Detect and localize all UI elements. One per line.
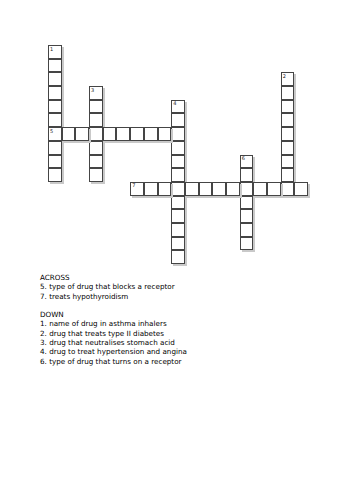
grid-cell[interactable] bbox=[89, 141, 103, 155]
grid-cell[interactable] bbox=[171, 196, 185, 210]
grid-cell[interactable]: 5 bbox=[48, 127, 62, 141]
clue-list: ACROSS 5. type of drug that blocks a rec… bbox=[40, 273, 187, 366]
clue-number: 3 bbox=[91, 87, 94, 93]
grid-cell[interactable] bbox=[48, 141, 62, 155]
grid-cell[interactable] bbox=[281, 141, 295, 155]
clue-6-down: 6. type of drug that turns on a receptor bbox=[40, 357, 187, 366]
grid-cell[interactable] bbox=[281, 113, 295, 127]
clue-number: 4 bbox=[173, 100, 176, 106]
grid-cell[interactable] bbox=[185, 182, 199, 196]
grid-cell[interactable] bbox=[48, 86, 62, 100]
grid-cell[interactable] bbox=[281, 86, 295, 100]
crossword-board: 1523467 bbox=[48, 45, 308, 264]
grid-cell[interactable] bbox=[144, 182, 158, 196]
grid-cell[interactable] bbox=[171, 237, 185, 251]
grid-cell[interactable] bbox=[240, 209, 254, 223]
grid-cell[interactable]: 2 bbox=[281, 72, 295, 86]
grid-cell[interactable] bbox=[48, 168, 62, 182]
grid-cell[interactable] bbox=[281, 100, 295, 114]
clue-number: 5 bbox=[50, 128, 53, 134]
grid-cell[interactable] bbox=[171, 141, 185, 155]
grid-cell[interactable] bbox=[240, 182, 254, 196]
grid-cell[interactable] bbox=[267, 182, 281, 196]
grid-cell[interactable] bbox=[62, 127, 76, 141]
clue-3-down: 3. drug that neutralises stomach acid bbox=[40, 338, 187, 347]
grid-cell[interactable] bbox=[240, 223, 254, 237]
grid-cell[interactable] bbox=[171, 182, 185, 196]
clue-2-down: 2. drug that treats type II diabetes bbox=[40, 329, 187, 338]
grid-cell[interactable] bbox=[158, 127, 172, 141]
grid-cell[interactable] bbox=[116, 127, 130, 141]
across-header: ACROSS bbox=[40, 273, 187, 282]
grid-cell[interactable] bbox=[240, 196, 254, 210]
clue-4-down: 4. drug to treat hypertension and angina bbox=[40, 347, 187, 356]
grid-cell[interactable]: 6 bbox=[240, 155, 254, 169]
grid-cell[interactable] bbox=[281, 155, 295, 169]
grid-cell[interactable] bbox=[171, 223, 185, 237]
grid-cell[interactable] bbox=[89, 168, 103, 182]
grid-cell[interactable] bbox=[171, 113, 185, 127]
grid-cell[interactable] bbox=[240, 168, 254, 182]
grid-cell[interactable] bbox=[89, 113, 103, 127]
crossword-worksheet: 1523467 ACROSS 5. type of drug that bloc… bbox=[0, 0, 353, 500]
grid-cell[interactable]: 4 bbox=[171, 100, 185, 114]
down-header: DOWN bbox=[40, 310, 187, 319]
grid-cell[interactable]: 1 bbox=[48, 45, 62, 59]
grid-cell[interactable] bbox=[281, 168, 295, 182]
clue-number: 2 bbox=[283, 73, 286, 79]
clue-number: 7 bbox=[132, 182, 135, 188]
grid-cell[interactable] bbox=[171, 155, 185, 169]
clue-7-across: 7. treats hypothyroidism bbox=[40, 292, 187, 301]
grid-cell[interactable] bbox=[89, 155, 103, 169]
grid-cell[interactable] bbox=[281, 182, 295, 196]
grid-cell[interactable] bbox=[144, 127, 158, 141]
grid-cell[interactable] bbox=[48, 72, 62, 86]
grid-cell[interactable] bbox=[171, 168, 185, 182]
grid-cell[interactable]: 7 bbox=[130, 182, 144, 196]
grid-cell[interactable] bbox=[240, 237, 254, 251]
grid-cell[interactable] bbox=[89, 127, 103, 141]
clue-1-down: 1. name of drug in asthma inhalers bbox=[40, 319, 187, 328]
clue-number: 1 bbox=[50, 46, 53, 52]
grid-cell[interactable] bbox=[89, 100, 103, 114]
grid-cell[interactable] bbox=[48, 155, 62, 169]
grid-cell[interactable] bbox=[48, 59, 62, 73]
grid-cell[interactable] bbox=[294, 182, 308, 196]
grid-cell[interactable] bbox=[171, 209, 185, 223]
clue-number: 6 bbox=[242, 155, 245, 161]
grid-cell[interactable] bbox=[130, 127, 144, 141]
clue-5-across: 5. type of drug that blocks a receptor bbox=[40, 282, 187, 291]
grid-cell[interactable] bbox=[48, 113, 62, 127]
grid-cell[interactable] bbox=[75, 127, 89, 141]
grid-cell[interactable] bbox=[212, 182, 226, 196]
grid-cell[interactable] bbox=[171, 250, 185, 264]
grid-cell[interactable] bbox=[226, 182, 240, 196]
grid-cell[interactable] bbox=[171, 127, 185, 141]
down-clues: 1. name of drug in asthma inhalers2. dru… bbox=[40, 319, 187, 365]
grid-cell[interactable]: 3 bbox=[89, 86, 103, 100]
grid-cell[interactable] bbox=[103, 127, 117, 141]
section-gap bbox=[40, 301, 187, 310]
across-clues: 5. type of drug that blocks a receptor7.… bbox=[40, 282, 187, 301]
grid-cell[interactable] bbox=[158, 182, 172, 196]
grid-cell[interactable] bbox=[48, 100, 62, 114]
grid-cell[interactable] bbox=[253, 182, 267, 196]
grid-cell[interactable] bbox=[281, 127, 295, 141]
grid-cell[interactable] bbox=[199, 182, 213, 196]
